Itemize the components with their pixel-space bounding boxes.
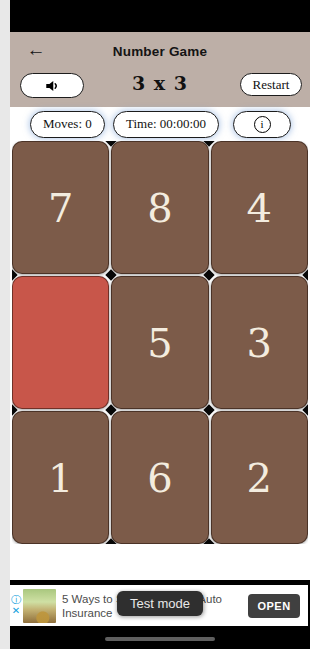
tile-number: 5 (147, 323, 172, 363)
ad-open-button[interactable]: OPEN (248, 594, 300, 618)
info-button[interactable]: i (233, 111, 291, 138)
back-arrow-icon: ← (27, 39, 46, 61)
page-title: Number Game (10, 44, 310, 59)
tile-1[interactable]: 1 (12, 411, 109, 544)
status-bar (10, 0, 310, 32)
tile-3[interactable]: 3 (211, 276, 308, 409)
adchoices-close-icon[interactable]: ✕ (12, 606, 20, 616)
ad-title-end: Auto (198, 592, 244, 606)
moves-counter: Moves: 0 (30, 111, 105, 138)
tile-7[interactable]: 7 (12, 141, 109, 274)
tile-number: 4 (247, 188, 272, 228)
tile-4[interactable]: 4 (211, 141, 308, 274)
restart-button[interactable]: Restart (240, 73, 302, 96)
board: 78453162 (12, 141, 308, 544)
tile-number: 3 (247, 323, 272, 363)
header-top-row: ← Number Game (10, 32, 310, 70)
tile-8[interactable]: 8 (111, 141, 208, 274)
test-mode-toast: Test mode (117, 591, 203, 616)
tile-6[interactable]: 6 (111, 411, 208, 544)
header: ← Number Game 3 x 3 Restart (10, 32, 310, 107)
header-controls-row: 3 x 3 Restart (10, 70, 310, 107)
bottom-bar: ⓘ ✕ 5 Ways to Save Auto Insurance OPEN T… (10, 580, 310, 649)
tile-2[interactable]: 2 (211, 411, 308, 544)
tile-number: 7 (48, 188, 73, 228)
tile-number: 2 (247, 458, 272, 498)
adchoices-column: ⓘ ✕ (10, 595, 22, 616)
back-button[interactable]: ← (22, 36, 50, 64)
ad-thumbnail-image (23, 589, 56, 623)
app-screen: ← Number Game 3 x 3 Restart Moves: 0 Tim… (10, 0, 310, 649)
timer-display: Time: 00:00:00 (113, 111, 219, 138)
tile-5[interactable]: 5 (111, 276, 208, 409)
info-icon: i (254, 116, 271, 133)
home-indicator-bar[interactable] (105, 637, 215, 641)
adchoices-info-icon[interactable]: ⓘ (11, 595, 21, 605)
stats-row: Moves: 0 Time: 00:00:00 i (10, 107, 310, 141)
empty-cell (12, 276, 109, 409)
tile-number: 6 (147, 458, 172, 498)
tile-number: 8 (147, 188, 172, 228)
tile-number: 1 (48, 458, 73, 498)
